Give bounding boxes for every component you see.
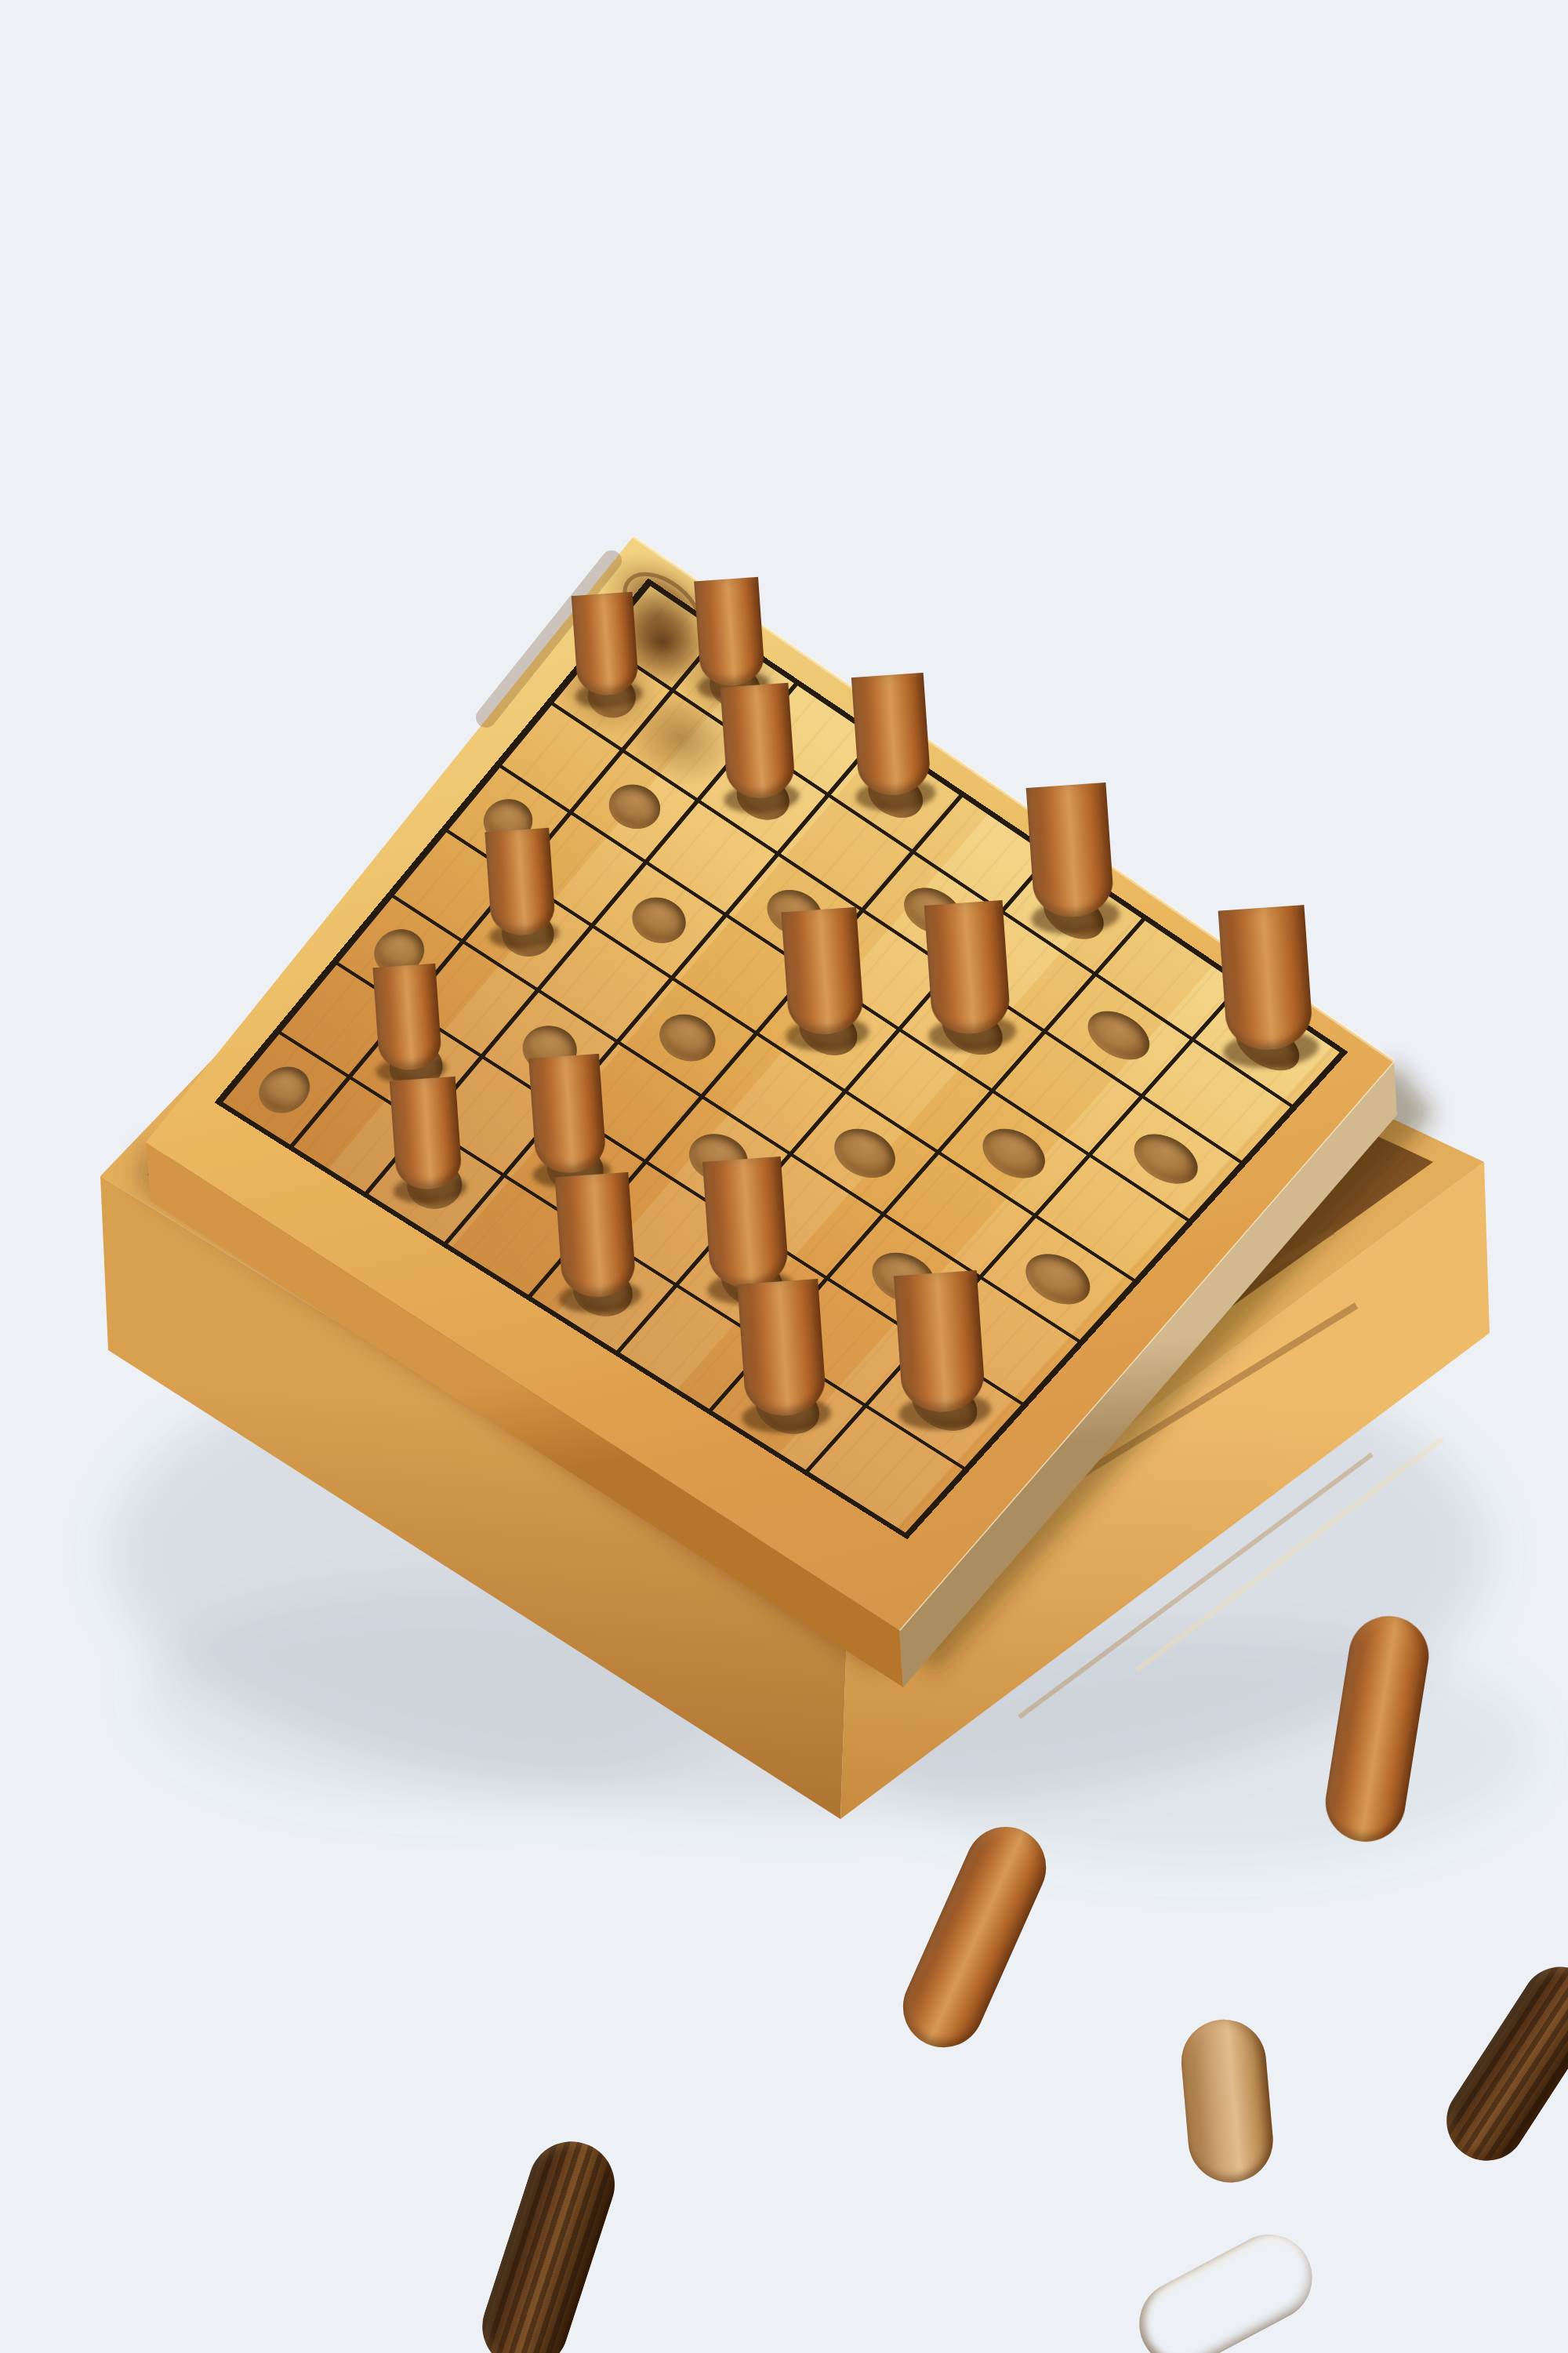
peg-green[interactable] [895,790,981,834]
peg-body [372,963,442,1072]
peg-body [572,592,640,697]
peg-body [554,1171,637,1298]
peg-white[interactable] [786,1409,881,1458]
peg-body [485,827,556,937]
peg-white[interactable] [600,1291,687,1336]
peg-green[interactable] [609,690,681,728]
peg-green[interactable] [973,1027,1066,1076]
peg-green[interactable] [827,1028,916,1074]
peg-green[interactable] [1271,1042,1371,1095]
loose-peg-white[interactable] [1227,2094,1312,2154]
peg-body [924,900,1012,1036]
peg-body [528,1054,607,1175]
loose-peg-white[interactable] [1363,1729,1454,1829]
peg-green[interactable] [1075,910,1168,959]
peg-body [737,1279,827,1418]
peg-green[interactable] [762,793,842,835]
peg-body [694,576,766,688]
peg-white[interactable] [945,1405,1044,1457]
peg-body [1026,783,1115,920]
peg-body [894,1271,987,1415]
peg-body [781,907,865,1037]
photo-scene [0,0,1568,2353]
peg-body [720,683,796,801]
peg-body [390,1077,464,1191]
peg-white[interactable] [430,1183,509,1224]
peg-body [702,1156,789,1290]
peg-white[interactable] [524,930,598,969]
peg-body [1218,905,1313,1052]
peg-body [851,673,931,797]
